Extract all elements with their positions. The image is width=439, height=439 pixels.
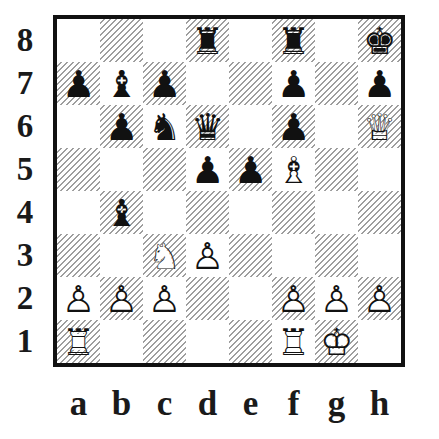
piece-black-pawn: ♟: [272, 62, 315, 105]
square-h2[interactable]: ♟♙: [358, 277, 401, 320]
square-c7[interactable]: ♟: [143, 62, 186, 105]
piece-black-rook: ♜: [186, 19, 229, 62]
square-f4[interactable]: [272, 191, 315, 234]
square-a4[interactable]: [57, 191, 100, 234]
piece-white-bishop: ♗: [272, 148, 315, 191]
rank-label-8: 8: [4, 19, 46, 62]
square-e1[interactable]: [229, 320, 272, 363]
rank-label-7: 7: [4, 62, 46, 105]
piece-white-king: ♔: [315, 320, 358, 363]
file-label-h: h: [358, 376, 401, 432]
piece-black-queen: ♛: [186, 105, 229, 148]
square-c3[interactable]: ♞♘: [143, 234, 186, 277]
piece-white-pawn: ♙: [57, 277, 100, 320]
square-a5[interactable]: [57, 148, 100, 191]
piece-black-bishop: ♝: [100, 62, 143, 105]
square-g7[interactable]: [315, 62, 358, 105]
square-b5[interactable]: [100, 148, 143, 191]
square-g5[interactable]: [315, 148, 358, 191]
square-a2[interactable]: ♟♙: [57, 277, 100, 320]
square-b1[interactable]: [100, 320, 143, 363]
square-e6[interactable]: [229, 105, 272, 148]
square-h8[interactable]: ♚: [358, 19, 401, 62]
square-a8[interactable]: [57, 19, 100, 62]
square-h3[interactable]: [358, 234, 401, 277]
square-d4[interactable]: [186, 191, 229, 234]
piece-white-pawn: ♙: [358, 277, 401, 320]
piece-black-pawn: ♟: [358, 62, 401, 105]
file-label-b: b: [100, 376, 143, 432]
chess-diagram: 8 7 6 5 4 3 2 1 ♜♜♚♟♝♟♟♟♟♞♛♟♛♕♟♟♝♗♝♞♘♟♙♟…: [0, 0, 439, 439]
piece-black-rook: ♜: [272, 19, 315, 62]
rank-label-4: 4: [4, 191, 46, 234]
square-f2[interactable]: ♟♙: [272, 277, 315, 320]
square-e2[interactable]: [229, 277, 272, 320]
rank-label-1: 1: [4, 320, 46, 363]
piece-white-pawn: ♙: [315, 277, 358, 320]
square-d8[interactable]: ♜: [186, 19, 229, 62]
square-d3[interactable]: ♟♙: [186, 234, 229, 277]
square-d5[interactable]: ♟: [186, 148, 229, 191]
square-h6[interactable]: ♛♕: [358, 105, 401, 148]
piece-white-pawn: ♙: [186, 234, 229, 277]
chess-board: ♜♜♚♟♝♟♟♟♟♞♛♟♛♕♟♟♝♗♝♞♘♟♙♟♙♟♙♟♙♟♙♟♙♟♙♜♖♜♖♚…: [53, 15, 405, 367]
square-b2[interactable]: ♟♙: [100, 277, 143, 320]
piece-white-pawn: ♙: [143, 277, 186, 320]
file-labels: a b c d e f g h: [57, 376, 401, 432]
square-b3[interactable]: [100, 234, 143, 277]
piece-black-pawn: ♟: [57, 62, 100, 105]
square-d6[interactable]: ♛: [186, 105, 229, 148]
square-f6[interactable]: ♟: [272, 105, 315, 148]
file-label-e: e: [229, 376, 272, 432]
square-c6[interactable]: ♞: [143, 105, 186, 148]
piece-white-rook: ♖: [57, 320, 100, 363]
square-a1[interactable]: ♜♖: [57, 320, 100, 363]
rank-labels: 8 7 6 5 4 3 2 1: [4, 19, 46, 363]
square-e8[interactable]: [229, 19, 272, 62]
square-h5[interactable]: [358, 148, 401, 191]
piece-black-knight: ♞: [143, 105, 186, 148]
piece-white-knight: ♘: [143, 234, 186, 277]
rank-label-2: 2: [4, 277, 46, 320]
file-label-d: d: [186, 376, 229, 432]
square-g2[interactable]: ♟♙: [315, 277, 358, 320]
square-a3[interactable]: [57, 234, 100, 277]
piece-white-pawn: ♙: [100, 277, 143, 320]
square-e3[interactable]: [229, 234, 272, 277]
piece-black-pawn: ♟: [229, 148, 272, 191]
rank-label-3: 3: [4, 234, 46, 277]
square-c5[interactable]: [143, 148, 186, 191]
square-g3[interactable]: [315, 234, 358, 277]
square-a6[interactable]: [57, 105, 100, 148]
square-h7[interactable]: ♟: [358, 62, 401, 105]
piece-white-pawn: ♙: [272, 277, 315, 320]
piece-white-rook: ♖: [272, 320, 315, 363]
square-e5[interactable]: ♟: [229, 148, 272, 191]
piece-black-pawn: ♟: [100, 105, 143, 148]
square-b8[interactable]: [100, 19, 143, 62]
square-a7[interactable]: ♟: [57, 62, 100, 105]
square-d7[interactable]: [186, 62, 229, 105]
piece-black-bishop: ♝: [100, 191, 143, 234]
rank-label-5: 5: [4, 148, 46, 191]
square-g6[interactable]: [315, 105, 358, 148]
piece-black-pawn: ♟: [272, 105, 315, 148]
square-d2[interactable]: [186, 277, 229, 320]
square-c1[interactable]: [143, 320, 186, 363]
piece-black-pawn: ♟: [143, 62, 186, 105]
square-g8[interactable]: [315, 19, 358, 62]
square-c8[interactable]: [143, 19, 186, 62]
square-g1[interactable]: ♚♔: [315, 320, 358, 363]
square-b4[interactable]: ♝: [100, 191, 143, 234]
square-c2[interactable]: ♟♙: [143, 277, 186, 320]
square-e4[interactable]: [229, 191, 272, 234]
file-label-g: g: [315, 376, 358, 432]
square-h1[interactable]: [358, 320, 401, 363]
square-b6[interactable]: ♟: [100, 105, 143, 148]
square-d1[interactable]: [186, 320, 229, 363]
piece-black-king: ♚: [358, 19, 401, 62]
square-f5[interactable]: ♝♗: [272, 148, 315, 191]
file-label-a: a: [57, 376, 100, 432]
square-g4[interactable]: [315, 191, 358, 234]
square-f1[interactable]: ♜♖: [272, 320, 315, 363]
square-b7[interactable]: ♝: [100, 62, 143, 105]
file-label-c: c: [143, 376, 186, 432]
square-c4[interactable]: [143, 191, 186, 234]
square-f8[interactable]: ♜: [272, 19, 315, 62]
square-e7[interactable]: [229, 62, 272, 105]
square-f7[interactable]: ♟: [272, 62, 315, 105]
piece-black-pawn: ♟: [186, 148, 229, 191]
rank-label-6: 6: [4, 105, 46, 148]
square-f3[interactable]: [272, 234, 315, 277]
file-label-f: f: [272, 376, 315, 432]
square-h4[interactable]: [358, 191, 401, 234]
piece-white-queen: ♕: [358, 105, 401, 148]
